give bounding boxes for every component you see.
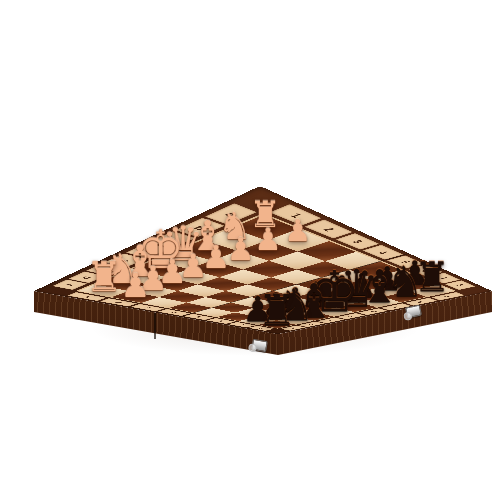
white-pawn-b2[interactable]: ♟ (254, 225, 281, 256)
white-pawn-c2[interactable]: ♟ (227, 234, 255, 265)
white-pawn-h2[interactable]: ♟ (120, 269, 150, 302)
fold-seam-side (154, 313, 156, 339)
white-rook-h1[interactable]: ♜ (86, 257, 122, 297)
chess-set-photo: 12345678 12345678 abcdefgh abcdefgh ♜♞♟♝… (0, 0, 500, 500)
latch-clasp-left (251, 339, 268, 352)
black-rook-h8[interactable]: ♜ (258, 288, 296, 331)
white-pawn-a2[interactable]: ♟ (285, 215, 312, 245)
pieces-layer: ♜♞♟♝♟♛♟♚♟♝♟♞♟♟♜♜♟♟♞♟♟♝♟♛♟♚♟♝♟♞♟♜ (0, 0, 500, 500)
